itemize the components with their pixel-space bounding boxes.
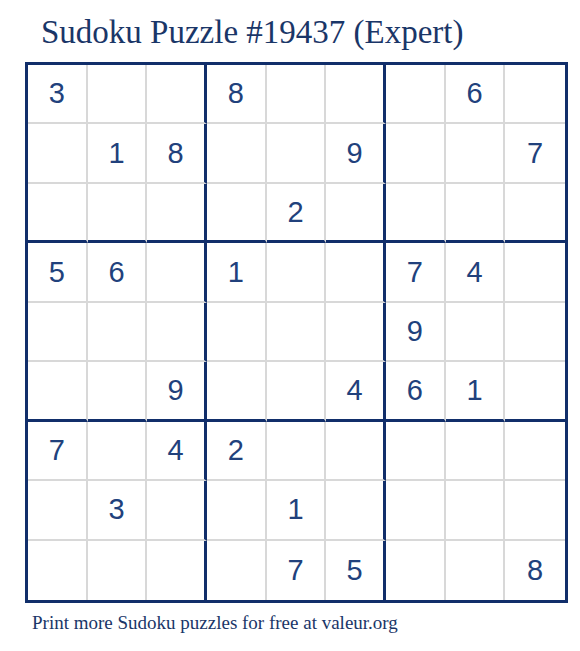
sudoku-cell-given: 7: [505, 124, 565, 183]
sudoku-cell-given: 7: [267, 541, 327, 600]
sudoku-cell-given: 4: [326, 362, 386, 421]
sudoku-cell-empty: [386, 184, 446, 243]
sudoku-cell-empty: [326, 184, 386, 243]
sudoku-cell-empty: [88, 65, 148, 124]
sudoku-cell-given: 3: [88, 481, 148, 540]
sudoku-cell-given: 7: [28, 422, 88, 481]
sudoku-cell-empty: [147, 481, 207, 540]
sudoku-cell-empty: [505, 184, 565, 243]
sudoku-cell-empty: [147, 184, 207, 243]
sudoku-cell-empty: [386, 541, 446, 600]
sudoku-cell-empty: [207, 541, 267, 600]
sudoku-cell-empty: [505, 481, 565, 540]
sudoku-cell-empty: [386, 124, 446, 183]
sudoku-cell-empty: [505, 65, 565, 124]
sudoku-cell-empty: [446, 303, 506, 362]
sudoku-cell-given: 1: [446, 362, 506, 421]
sudoku-cell-empty: [446, 481, 506, 540]
sudoku-cell-empty: [147, 303, 207, 362]
sudoku-cell-given: 4: [147, 422, 207, 481]
sudoku-cell-empty: [28, 124, 88, 183]
sudoku-cell-empty: [326, 422, 386, 481]
sudoku-cell-empty: [505, 243, 565, 302]
sudoku-cell-empty: [267, 124, 327, 183]
sudoku-cell-empty: [207, 184, 267, 243]
sudoku-cell-given: 9: [147, 362, 207, 421]
sudoku-cell-empty: [505, 422, 565, 481]
sudoku-cell-empty: [147, 65, 207, 124]
sudoku-cell-empty: [28, 481, 88, 540]
sudoku-cell-empty: [267, 243, 327, 302]
sudoku-cell-given: 6: [88, 243, 148, 302]
sudoku-cell-empty: [207, 124, 267, 183]
sudoku-cell-empty: [28, 303, 88, 362]
sudoku-board: 38618972561749946174231758: [25, 62, 568, 603]
sudoku-cell-empty: [147, 541, 207, 600]
sudoku-cell-given: 6: [386, 362, 446, 421]
sudoku-cell-given: 7: [386, 243, 446, 302]
sudoku-cell-given: 5: [326, 541, 386, 600]
sudoku-cell-empty: [267, 303, 327, 362]
footer-text: Print more Sudoku puzzles for free at va…: [32, 612, 398, 634]
sudoku-cell-empty: [88, 362, 148, 421]
sudoku-cell-empty: [88, 184, 148, 243]
sudoku-cell-empty: [207, 303, 267, 362]
sudoku-cell-given: 8: [207, 65, 267, 124]
sudoku-cell-empty: [267, 65, 327, 124]
sudoku-cell-empty: [386, 65, 446, 124]
sudoku-cell-given: 9: [326, 124, 386, 183]
sudoku-cell-empty: [326, 481, 386, 540]
sudoku-cell-empty: [326, 243, 386, 302]
sudoku-cell-empty: [505, 362, 565, 421]
sudoku-cell-given: 5: [28, 243, 88, 302]
sudoku-cell-empty: [207, 362, 267, 421]
sudoku-cell-empty: [505, 303, 565, 362]
sudoku-cell-given: 4: [446, 243, 506, 302]
sudoku-cell-given: 1: [267, 481, 327, 540]
sudoku-cell-empty: [88, 303, 148, 362]
sudoku-cell-given: 1: [88, 124, 148, 183]
sudoku-cell-given: 1: [207, 243, 267, 302]
sudoku-cell-given: 6: [446, 65, 506, 124]
sudoku-cell-empty: [386, 481, 446, 540]
sudoku-cell-empty: [446, 422, 506, 481]
sudoku-cell-given: 2: [207, 422, 267, 481]
sudoku-cell-empty: [446, 541, 506, 600]
sudoku-cell-empty: [267, 422, 327, 481]
page: Sudoku Puzzle #19437 (Expert) 3861897256…: [0, 0, 580, 651]
sudoku-cell-empty: [446, 184, 506, 243]
sudoku-cell-empty: [207, 481, 267, 540]
sudoku-cell-given: 8: [505, 541, 565, 600]
sudoku-cell-empty: [326, 303, 386, 362]
sudoku-cell-empty: [386, 422, 446, 481]
sudoku-cell-empty: [446, 124, 506, 183]
sudoku-cell-empty: [147, 243, 207, 302]
sudoku-cell-given: 9: [386, 303, 446, 362]
page-title: Sudoku Puzzle #19437 (Expert): [41, 14, 464, 51]
sudoku-cell-given: 3: [28, 65, 88, 124]
sudoku-cell-empty: [28, 541, 88, 600]
sudoku-cell-empty: [28, 362, 88, 421]
sudoku-cell-given: 2: [267, 184, 327, 243]
sudoku-cell-empty: [326, 65, 386, 124]
sudoku-cell-empty: [88, 422, 148, 481]
sudoku-cell-empty: [88, 541, 148, 600]
sudoku-cell-empty: [28, 184, 88, 243]
sudoku-cell-empty: [267, 362, 327, 421]
sudoku-cell-given: 8: [147, 124, 207, 183]
